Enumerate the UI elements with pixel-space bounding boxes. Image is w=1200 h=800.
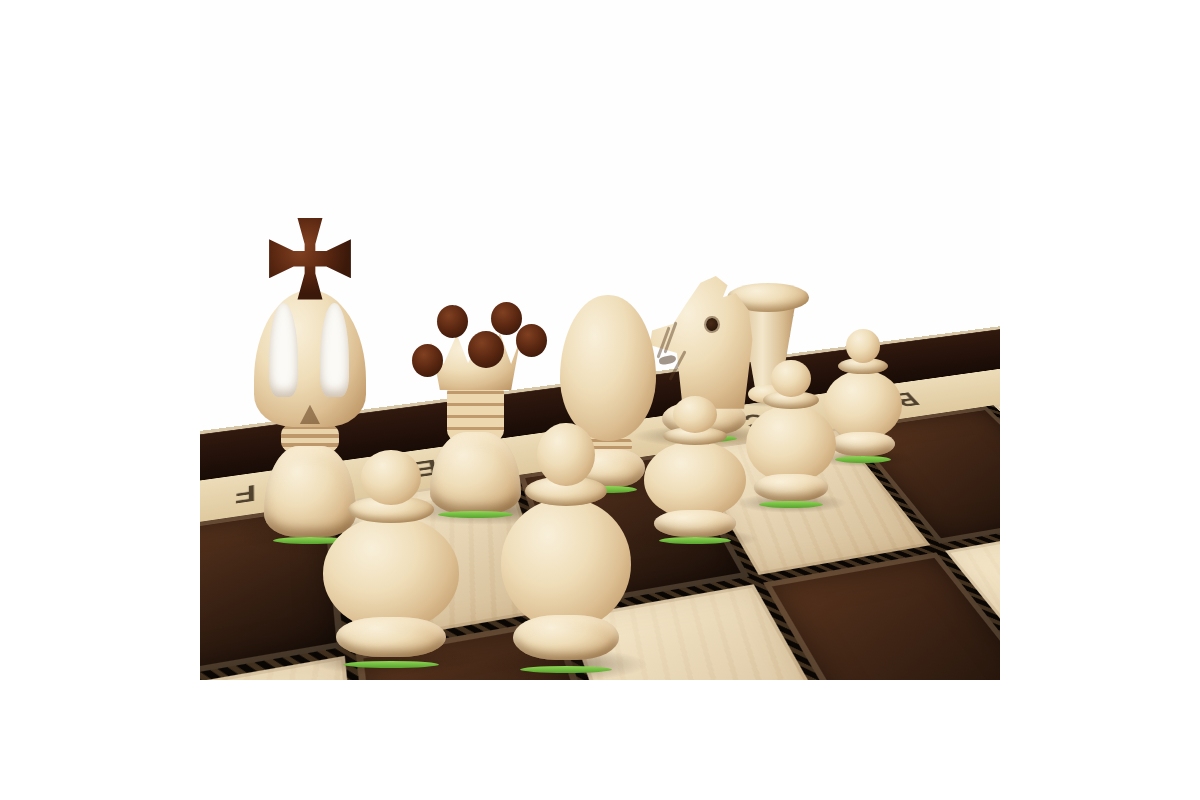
pawn-body <box>644 441 746 519</box>
king-crown-notch <box>300 405 320 424</box>
piece-white-pawn: ♙ <box>642 394 748 544</box>
pawn-body <box>501 498 632 630</box>
pawn-head <box>846 329 880 363</box>
chess-set-photo: H G F E D C B A ♖ <box>200 0 1000 680</box>
product-photo-canvas: H G F E D C B A ♖ <box>0 0 1200 800</box>
piece-white-pawn: ♙ <box>320 448 462 668</box>
pawn-base <box>336 617 447 657</box>
pawn-base <box>654 510 737 537</box>
king-crown-opening <box>320 303 349 396</box>
pawn-head <box>673 396 718 434</box>
pawn-base <box>754 474 827 501</box>
pawn-body <box>323 516 459 630</box>
pawn-head <box>361 450 421 505</box>
piece-white-pawn: ♙ <box>498 420 634 673</box>
pawn-head <box>537 423 594 486</box>
queen-crown-ball <box>412 344 443 377</box>
pawn-base <box>831 432 895 456</box>
pawn-body <box>746 405 836 483</box>
knight-eye <box>706 318 718 331</box>
pawn-felt <box>659 537 731 544</box>
king-crown-opening <box>269 303 298 396</box>
pawn-head <box>771 360 810 398</box>
queen-crown-ball <box>468 331 504 368</box>
pawn-base <box>513 615 619 661</box>
king-crown <box>254 290 366 427</box>
pieces-layer: ♖ ♙ ♘ <box>200 0 1000 680</box>
pawn-felt <box>343 661 440 668</box>
pawn-felt <box>835 456 891 463</box>
pawn-felt <box>520 666 612 673</box>
queen-crown-ball <box>437 305 468 338</box>
pawn-felt <box>759 501 823 508</box>
queen-crown-ball <box>516 324 547 357</box>
piece-white-pawn: ♙ <box>744 358 838 508</box>
